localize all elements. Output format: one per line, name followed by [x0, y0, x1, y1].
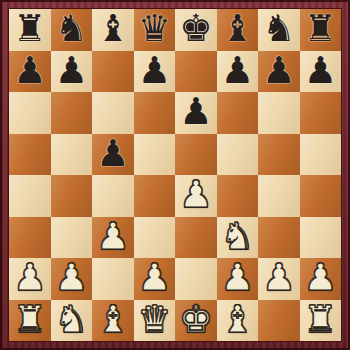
square-f3[interactable]: ♞ — [217, 217, 259, 259]
square-c5[interactable]: ♟ — [92, 134, 134, 176]
piece-white-queen[interactable]: ♛ — [138, 301, 171, 338]
board-frame: ♜♞♝♛♚♝♞♜♟♟♟♟♟♟♟♟♟♟♞♟♟♟♟♟♟♜♞♝♛♚♝♜ — [0, 0, 350, 350]
square-d4[interactable] — [134, 175, 176, 217]
square-d5[interactable] — [134, 134, 176, 176]
piece-white-knight[interactable]: ♞ — [55, 301, 88, 338]
square-d1[interactable]: ♛ — [134, 300, 176, 342]
piece-white-pawn[interactable]: ♟ — [221, 259, 254, 296]
square-c2[interactable] — [92, 258, 134, 300]
piece-black-pawn[interactable]: ♟ — [179, 93, 212, 130]
square-f5[interactable] — [217, 134, 259, 176]
square-d3[interactable] — [134, 217, 176, 259]
square-g8[interactable]: ♞ — [258, 9, 300, 51]
square-g7[interactable]: ♟ — [258, 51, 300, 93]
piece-black-pawn[interactable]: ♟ — [221, 52, 254, 89]
square-e8[interactable]: ♚ — [175, 9, 217, 51]
square-h2[interactable]: ♟ — [300, 258, 342, 300]
square-g4[interactable] — [258, 175, 300, 217]
piece-white-pawn[interactable]: ♟ — [96, 218, 129, 255]
piece-white-bishop[interactable]: ♝ — [221, 301, 254, 338]
piece-white-rook[interactable]: ♜ — [304, 301, 337, 338]
piece-black-knight[interactable]: ♞ — [262, 10, 295, 47]
square-h7[interactable]: ♟ — [300, 51, 342, 93]
piece-black-king[interactable]: ♚ — [179, 10, 212, 47]
square-c4[interactable] — [92, 175, 134, 217]
square-e4[interactable]: ♟ — [175, 175, 217, 217]
chess-board: ♜♞♝♛♚♝♞♜♟♟♟♟♟♟♟♟♟♟♞♟♟♟♟♟♟♜♞♝♛♚♝♜ — [8, 8, 342, 342]
square-e2[interactable] — [175, 258, 217, 300]
square-f6[interactable] — [217, 92, 259, 134]
square-g2[interactable]: ♟ — [258, 258, 300, 300]
square-e1[interactable]: ♚ — [175, 300, 217, 342]
piece-black-rook[interactable]: ♜ — [13, 10, 46, 47]
square-a5[interactable] — [9, 134, 51, 176]
square-f7[interactable]: ♟ — [217, 51, 259, 93]
square-f1[interactable]: ♝ — [217, 300, 259, 342]
piece-black-pawn[interactable]: ♟ — [304, 52, 337, 89]
square-g6[interactable] — [258, 92, 300, 134]
square-e3[interactable] — [175, 217, 217, 259]
piece-white-pawn[interactable]: ♟ — [179, 176, 212, 213]
square-e5[interactable] — [175, 134, 217, 176]
square-g5[interactable] — [258, 134, 300, 176]
square-a6[interactable] — [9, 92, 51, 134]
square-h8[interactable]: ♜ — [300, 9, 342, 51]
square-h6[interactable] — [300, 92, 342, 134]
square-h4[interactable] — [300, 175, 342, 217]
square-g1[interactable] — [258, 300, 300, 342]
piece-black-pawn[interactable]: ♟ — [138, 52, 171, 89]
piece-black-pawn[interactable]: ♟ — [262, 52, 295, 89]
piece-white-pawn[interactable]: ♟ — [304, 259, 337, 296]
piece-black-bishop[interactable]: ♝ — [221, 10, 254, 47]
piece-black-pawn[interactable]: ♟ — [55, 52, 88, 89]
piece-black-bishop[interactable]: ♝ — [96, 10, 129, 47]
square-d2[interactable]: ♟ — [134, 258, 176, 300]
square-c8[interactable]: ♝ — [92, 9, 134, 51]
square-b4[interactable] — [51, 175, 93, 217]
piece-white-pawn[interactable]: ♟ — [13, 259, 46, 296]
piece-white-rook[interactable]: ♜ — [13, 301, 46, 338]
square-h5[interactable] — [300, 134, 342, 176]
piece-black-rook[interactable]: ♜ — [304, 10, 337, 47]
square-a2[interactable]: ♟ — [9, 258, 51, 300]
piece-white-pawn[interactable]: ♟ — [138, 259, 171, 296]
piece-black-queen[interactable]: ♛ — [138, 10, 171, 47]
square-g3[interactable] — [258, 217, 300, 259]
square-f8[interactable]: ♝ — [217, 9, 259, 51]
square-f2[interactable]: ♟ — [217, 258, 259, 300]
square-d6[interactable] — [134, 92, 176, 134]
piece-black-knight[interactable]: ♞ — [55, 10, 88, 47]
square-a7[interactable]: ♟ — [9, 51, 51, 93]
square-h1[interactable]: ♜ — [300, 300, 342, 342]
square-a3[interactable] — [9, 217, 51, 259]
square-a4[interactable] — [9, 175, 51, 217]
piece-white-knight[interactable]: ♞ — [221, 218, 254, 255]
square-h3[interactable] — [300, 217, 342, 259]
square-b1[interactable]: ♞ — [51, 300, 93, 342]
square-b5[interactable] — [51, 134, 93, 176]
square-c7[interactable] — [92, 51, 134, 93]
square-d7[interactable]: ♟ — [134, 51, 176, 93]
square-b6[interactable] — [51, 92, 93, 134]
square-f4[interactable] — [217, 175, 259, 217]
square-a8[interactable]: ♜ — [9, 9, 51, 51]
square-b7[interactable]: ♟ — [51, 51, 93, 93]
square-e6[interactable]: ♟ — [175, 92, 217, 134]
square-b8[interactable]: ♞ — [51, 9, 93, 51]
square-b2[interactable]: ♟ — [51, 258, 93, 300]
square-b3[interactable] — [51, 217, 93, 259]
piece-white-king[interactable]: ♚ — [179, 301, 212, 338]
piece-black-pawn[interactable]: ♟ — [13, 52, 46, 89]
square-d8[interactable]: ♛ — [134, 9, 176, 51]
piece-black-pawn[interactable]: ♟ — [96, 135, 129, 172]
piece-white-bishop[interactable]: ♝ — [96, 301, 129, 338]
square-c3[interactable]: ♟ — [92, 217, 134, 259]
square-a1[interactable]: ♜ — [9, 300, 51, 342]
square-e7[interactable] — [175, 51, 217, 93]
square-c6[interactable] — [92, 92, 134, 134]
piece-white-pawn[interactable]: ♟ — [262, 259, 295, 296]
square-c1[interactable]: ♝ — [92, 300, 134, 342]
piece-white-pawn[interactable]: ♟ — [55, 259, 88, 296]
